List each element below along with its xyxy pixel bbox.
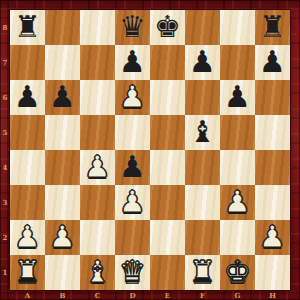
black-pawn: ♟︎ [224, 82, 251, 112]
square-f5[interactable]: ♝︎ [185, 115, 220, 150]
white-pawn: ♟︎ [14, 222, 41, 252]
white-pawn: ♟︎ [259, 222, 286, 252]
square-d6[interactable]: ♟︎ [115, 80, 150, 115]
white-bishop: ♝︎ [84, 257, 111, 287]
square-h3[interactable] [255, 185, 290, 220]
square-f4[interactable] [185, 150, 220, 185]
square-c5[interactable] [80, 115, 115, 150]
square-a4[interactable] [10, 150, 45, 185]
rank-label-2: 2 [0, 220, 10, 255]
black-king: ♚︎ [154, 12, 181, 42]
black-pawn: ♟︎ [49, 82, 76, 112]
square-b6[interactable]: ♟︎ [45, 80, 80, 115]
square-h6[interactable] [255, 80, 290, 115]
square-e1[interactable] [150, 255, 185, 290]
square-h8[interactable]: ♜︎ [255, 10, 290, 45]
file-label-f: F [185, 290, 220, 300]
white-pawn: ♟︎ [84, 152, 111, 182]
square-f3[interactable] [185, 185, 220, 220]
rank-label-5: 5 [0, 115, 10, 150]
file-label-c: C [80, 290, 115, 300]
file-label-g: G [220, 290, 255, 300]
black-pawn: ♟︎ [14, 82, 41, 112]
black-rook: ♜︎ [259, 12, 286, 42]
square-h4[interactable] [255, 150, 290, 185]
file-label-a: A [10, 290, 45, 300]
square-d1[interactable]: ♛︎ [115, 255, 150, 290]
square-a7[interactable] [10, 45, 45, 80]
square-e2[interactable] [150, 220, 185, 255]
file-label-h: H [255, 290, 290, 300]
square-c6[interactable] [80, 80, 115, 115]
white-pawn: ♟︎ [224, 187, 251, 217]
square-g5[interactable] [220, 115, 255, 150]
square-d2[interactable] [115, 220, 150, 255]
square-e7[interactable] [150, 45, 185, 80]
white-rook: ♜︎ [14, 257, 41, 287]
square-c4[interactable]: ♟︎ [80, 150, 115, 185]
square-f1[interactable]: ♜︎ [185, 255, 220, 290]
square-a2[interactable]: ♟︎ [10, 220, 45, 255]
rank-label-7: 7 [0, 45, 10, 80]
board-frame: ♜︎♛︎♚︎♜︎♟︎♟︎♟︎♟︎♟︎♟︎♟︎♝︎♟︎♟︎♟︎♟︎♟︎♟︎♟︎♜︎… [0, 0, 300, 300]
square-a6[interactable]: ♟︎ [10, 80, 45, 115]
square-b5[interactable] [45, 115, 80, 150]
white-pawn: ♟︎ [119, 187, 146, 217]
black-pawn: ♟︎ [119, 152, 146, 182]
rank-label-1: 1 [0, 255, 10, 290]
rank-label-8: 8 [0, 10, 10, 45]
square-g2[interactable] [220, 220, 255, 255]
square-b7[interactable] [45, 45, 80, 80]
square-c8[interactable] [80, 10, 115, 45]
square-e5[interactable] [150, 115, 185, 150]
white-rook: ♜︎ [189, 257, 216, 287]
square-a8[interactable]: ♜︎ [10, 10, 45, 45]
black-pawn: ♟︎ [189, 47, 216, 77]
white-king: ♚︎ [224, 257, 251, 287]
black-rook: ♜︎ [14, 12, 41, 42]
white-queen: ♛︎ [119, 257, 146, 287]
square-c1[interactable]: ♝︎ [80, 255, 115, 290]
square-c2[interactable] [80, 220, 115, 255]
square-d3[interactable]: ♟︎ [115, 185, 150, 220]
square-g3[interactable]: ♟︎ [220, 185, 255, 220]
square-c3[interactable] [80, 185, 115, 220]
black-pawn: ♟︎ [259, 47, 286, 77]
black-queen: ♛︎ [119, 12, 146, 42]
file-label-b: B [45, 290, 80, 300]
square-g1[interactable]: ♚︎ [220, 255, 255, 290]
square-f8[interactable] [185, 10, 220, 45]
white-pawn: ♟︎ [119, 82, 146, 112]
rank-label-3: 3 [0, 185, 10, 220]
square-g7[interactable] [220, 45, 255, 80]
square-b2[interactable]: ♟︎ [45, 220, 80, 255]
rank-label-4: 4 [0, 150, 10, 185]
square-g8[interactable] [220, 10, 255, 45]
square-f2[interactable] [185, 220, 220, 255]
square-d5[interactable] [115, 115, 150, 150]
white-pawn: ♟︎ [49, 222, 76, 252]
black-pawn: ♟︎ [119, 47, 146, 77]
square-e6[interactable] [150, 80, 185, 115]
square-h5[interactable] [255, 115, 290, 150]
file-label-d: D [115, 290, 150, 300]
square-c7[interactable] [80, 45, 115, 80]
square-b3[interactable] [45, 185, 80, 220]
black-bishop: ♝︎ [189, 117, 216, 147]
square-a5[interactable] [10, 115, 45, 150]
square-e8[interactable]: ♚︎ [150, 10, 185, 45]
square-f7[interactable]: ♟︎ [185, 45, 220, 80]
square-e3[interactable] [150, 185, 185, 220]
square-b8[interactable] [45, 10, 80, 45]
square-e4[interactable] [150, 150, 185, 185]
square-h1[interactable] [255, 255, 290, 290]
rank-label-6: 6 [0, 80, 10, 115]
square-f6[interactable] [185, 80, 220, 115]
square-a3[interactable] [10, 185, 45, 220]
square-g4[interactable] [220, 150, 255, 185]
square-h7[interactable]: ♟︎ [255, 45, 290, 80]
square-h2[interactable]: ♟︎ [255, 220, 290, 255]
file-label-e: E [150, 290, 185, 300]
square-g6[interactable]: ♟︎ [220, 80, 255, 115]
square-d7[interactable]: ♟︎ [115, 45, 150, 80]
square-b4[interactable] [45, 150, 80, 185]
chess-board: ♜︎♛︎♚︎♜︎♟︎♟︎♟︎♟︎♟︎♟︎♟︎♝︎♟︎♟︎♟︎♟︎♟︎♟︎♟︎♜︎… [10, 10, 290, 290]
square-b1[interactable] [45, 255, 80, 290]
square-a1[interactable]: ♜︎ [10, 255, 45, 290]
square-d4[interactable]: ♟︎ [115, 150, 150, 185]
square-d8[interactable]: ♛︎ [115, 10, 150, 45]
